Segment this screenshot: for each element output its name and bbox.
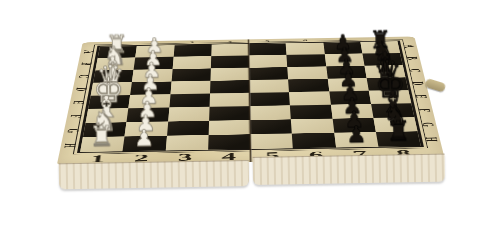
square-d5[interactable] <box>249 79 289 93</box>
square-d6[interactable] <box>288 79 329 93</box>
square-h3[interactable] <box>165 135 208 151</box>
file-label-left-g: G <box>51 127 94 134</box>
square-h5[interactable] <box>250 133 293 148</box>
square-b3[interactable] <box>172 56 211 69</box>
square-f5[interactable] <box>250 105 291 119</box>
square-h6[interactable] <box>292 133 336 148</box>
square-f4[interactable] <box>209 106 250 120</box>
square-a3[interactable] <box>173 45 211 57</box>
file-label-left-f: F <box>54 113 97 119</box>
square-d4[interactable] <box>210 80 250 94</box>
chess-board: 12345678 12345678 ABCDEFGH ABCDEFGH ♜♟♟♜… <box>57 37 445 166</box>
file-label-right-h: H <box>409 136 453 143</box>
square-a5[interactable] <box>249 43 287 55</box>
square-g4[interactable] <box>208 120 250 135</box>
file-label-right-b: B <box>392 55 432 61</box>
square-e5[interactable] <box>249 92 290 106</box>
square-c4[interactable] <box>210 68 249 81</box>
file-label-right-c: C <box>394 68 435 74</box>
file-label-right-a: A <box>389 43 428 48</box>
square-f6[interactable] <box>290 105 332 119</box>
square-b6[interactable] <box>287 54 326 67</box>
square-c5[interactable] <box>249 67 288 80</box>
square-e4[interactable] <box>209 93 249 107</box>
square-c6[interactable] <box>287 66 327 79</box>
file-label-right-g: G <box>406 121 450 128</box>
file-label-left-d: D <box>60 86 101 92</box>
square-e3[interactable] <box>169 94 210 108</box>
square-e6[interactable] <box>289 92 330 106</box>
square-f3[interactable] <box>168 107 210 121</box>
file-label-left-b: B <box>66 61 106 67</box>
square-h4[interactable] <box>208 134 251 149</box>
square-g3[interactable] <box>167 121 209 136</box>
square-h2[interactable]: ♟ <box>123 136 167 152</box>
file-label-left-c: C <box>63 73 103 79</box>
square-g5[interactable] <box>250 119 292 134</box>
square-g6[interactable] <box>291 119 334 134</box>
square-c3[interactable] <box>171 68 210 81</box>
file-label-right-e: E <box>400 94 442 100</box>
file-label-right-f: F <box>403 107 446 113</box>
piece-white-pawn-h2[interactable]: ♟ <box>134 127 155 150</box>
file-label-left-e: E <box>57 99 99 105</box>
file-label-left-h: H <box>47 142 91 149</box>
square-d3[interactable] <box>170 81 210 95</box>
board-tilt-wrap: 12345678 12345678 ABCDEFGH ABCDEFGH ♜♟♟♜… <box>0 0 500 245</box>
square-a6[interactable] <box>286 43 325 55</box>
square-b5[interactable] <box>249 55 288 68</box>
square-a4[interactable] <box>211 44 249 56</box>
file-label-left-a: A <box>69 49 108 55</box>
square-b4[interactable] <box>211 56 249 69</box>
piece-black-pawn-h7[interactable]: ♟ <box>346 123 367 146</box>
square-h7[interactable]: ♟ <box>334 132 378 147</box>
right-plank-edge <box>253 154 445 185</box>
photo-scene: 12345678 12345678 ABCDEFGH ABCDEFGH ♜♟♟♜… <box>0 0 500 245</box>
left-plank-edge <box>59 160 249 189</box>
